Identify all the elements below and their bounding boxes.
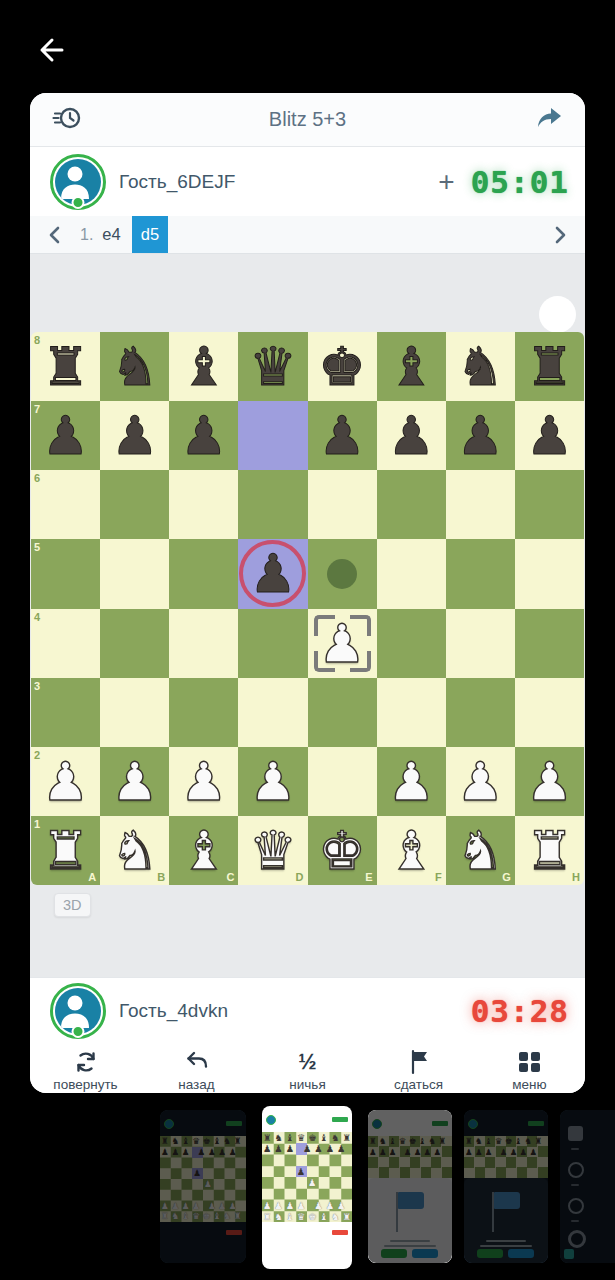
- clock-top: 05:01: [471, 164, 569, 200]
- square-g5[interactable]: [446, 539, 515, 608]
- piece-black-pawn: ♟: [100, 401, 169, 470]
- piece-black-rook: ♜: [31, 332, 100, 401]
- piece-white-pawn: ♟: [100, 747, 169, 816]
- piece-black-pawn: ♟: [169, 401, 238, 470]
- square-f8[interactable]: ♝: [377, 332, 446, 401]
- move-list-bar: 1. e4 d5: [30, 216, 585, 254]
- header: Blitz 5+3: [30, 93, 585, 147]
- draw-button[interactable]: ½ ничья: [252, 1043, 363, 1093]
- square-g7[interactable]: ♟: [446, 401, 515, 470]
- undo-icon: [184, 1050, 210, 1075]
- lower-gap: 3D: [30, 885, 585, 977]
- square-b1[interactable]: B♞: [100, 816, 169, 885]
- square-d7[interactable]: [238, 401, 307, 470]
- piece-black-pawn: ♟: [446, 401, 515, 470]
- undo-button[interactable]: назад: [141, 1043, 252, 1093]
- chevron-left-icon[interactable]: [44, 224, 66, 246]
- square-d1[interactable]: D♛: [238, 816, 307, 885]
- square-a3[interactable]: 3: [31, 678, 100, 747]
- player-row-top: Гость_6DEJF + 05:01: [30, 147, 585, 216]
- square-b5[interactable]: [100, 539, 169, 608]
- square-d3[interactable]: [238, 678, 307, 747]
- increment-plus: +: [438, 168, 454, 196]
- rank-label-2: 2: [34, 749, 40, 761]
- square-e1[interactable]: E♚: [308, 816, 377, 885]
- piece-white-pawn: ♟: [169, 747, 238, 816]
- square-g2[interactable]: ♟: [446, 747, 515, 816]
- back-arrow-icon[interactable]: [30, 32, 66, 68]
- square-f6[interactable]: [377, 470, 446, 539]
- rank-label-6: 6: [34, 472, 40, 484]
- square-b7[interactable]: ♟: [100, 401, 169, 470]
- square-e3[interactable]: [308, 678, 377, 747]
- piece-black-pawn: ♟: [238, 539, 307, 608]
- bottom-toolbar: повернуть назад ½ ничья сдаться: [30, 1043, 585, 1093]
- game-title: Blitz 5+3: [30, 108, 585, 131]
- square-c7[interactable]: ♟: [169, 401, 238, 470]
- file-label-d: D: [296, 871, 304, 883]
- player-name-top: Гость_6DEJF: [119, 171, 235, 193]
- player-row-bottom: Гость_4dvkn 03:28: [30, 977, 585, 1043]
- clock-bottom: 03:28: [471, 993, 569, 1029]
- view-3d-button[interactable]: 3D: [54, 893, 91, 917]
- piece-white-pawn: ♟: [446, 747, 515, 816]
- square-c3[interactable]: [169, 678, 238, 747]
- online-indicator: [72, 196, 85, 209]
- rotate-label: повернуть: [53, 1077, 117, 1092]
- move-white[interactable]: e4: [102, 225, 120, 244]
- square-f1[interactable]: F♝: [377, 816, 446, 885]
- square-e7[interactable]: ♟: [308, 401, 377, 470]
- square-d2[interactable]: ♟: [238, 747, 307, 816]
- file-label-b: B: [157, 871, 165, 883]
- rotate-icon: [73, 1050, 99, 1075]
- drag-handle-circle[interactable]: [539, 296, 576, 333]
- square-e2[interactable]: [308, 747, 377, 816]
- piece-white-pawn: ♟: [308, 609, 377, 678]
- file-label-h: H: [572, 871, 580, 883]
- grid-menu-icon: [519, 1050, 540, 1075]
- file-label-f: F: [435, 871, 442, 883]
- square-h7[interactable]: ♟: [515, 401, 584, 470]
- draw-label: ничья: [289, 1077, 325, 1092]
- piece-white-pawn: ♟: [238, 747, 307, 816]
- piece-black-pawn: ♟: [377, 401, 446, 470]
- carousel-thumbnail-time-controls[interactable]: [560, 1110, 615, 1263]
- square-d8[interactable]: ♛: [238, 332, 307, 401]
- rank-label-4: 4: [34, 611, 40, 623]
- piece-black-bishop: ♝: [377, 332, 446, 401]
- game-card: Blitz 5+3 Гость_6DEJF: [30, 93, 585, 1093]
- square-h8[interactable]: ♜: [515, 332, 584, 401]
- blitz-clock-icon[interactable]: [52, 103, 82, 137]
- square-a7[interactable]: 7♟: [31, 401, 100, 470]
- rank-label-3: 3: [34, 680, 40, 692]
- piece-white-pawn: ♟: [377, 747, 446, 816]
- piece-black-pawn: ♟: [31, 401, 100, 470]
- piece-black-bishop: ♝: [169, 332, 238, 401]
- square-h1[interactable]: H♜: [515, 816, 584, 885]
- piece-white-pawn: ♟: [31, 747, 100, 816]
- square-a4[interactable]: 4: [31, 609, 100, 678]
- square-g4[interactable]: [446, 609, 515, 678]
- piece-black-pawn: ♟: [308, 401, 377, 470]
- resign-label: сдаться: [394, 1077, 443, 1092]
- resign-button[interactable]: сдаться: [363, 1043, 474, 1093]
- piece-black-queen: ♛: [238, 332, 307, 401]
- square-a5[interactable]: 5: [31, 539, 100, 608]
- file-label-c: C: [226, 871, 234, 883]
- square-h5[interactable]: [515, 539, 584, 608]
- carousel-thumbnail-chess-game[interactable]: ♜♞♝♛♚♝♞♜♟♟♟ ♟♟♟♟♟♟♟♟♟♟ ♟♟♟♜♞♝♛♚♝♞♜: [160, 1110, 246, 1263]
- carousel-thumbnail-game-over[interactable]: ♜♞♝♛♚♝♞♜♟♟♟ ♟♟♟♟: [368, 1110, 452, 1263]
- square-a8[interactable]: 8♜: [31, 332, 100, 401]
- square-g6[interactable]: [446, 470, 515, 539]
- square-c2[interactable]: ♟: [169, 747, 238, 816]
- square-c8[interactable]: ♝: [169, 332, 238, 401]
- file-label-e: E: [365, 871, 372, 883]
- square-b2[interactable]: ♟: [100, 747, 169, 816]
- square-e5[interactable]: [308, 539, 377, 608]
- piece-black-pawn: ♟: [515, 401, 584, 470]
- rank-label-1: 1: [34, 818, 40, 830]
- avatar-top: [50, 154, 106, 210]
- square-f5[interactable]: [377, 539, 446, 608]
- chevron-right-icon[interactable]: [549, 224, 571, 246]
- square-b6[interactable]: [100, 470, 169, 539]
- half-icon: ½: [298, 1050, 316, 1075]
- square-h6[interactable]: [515, 470, 584, 539]
- move-black-selected[interactable]: d5: [132, 216, 168, 253]
- chess-board: 8♜♞♝♛♚♝♞♜7♟♟♟♟♟♟♟65♟4♟32♟♟♟♟♟♟♟1A♜B♞C♝D♛…: [31, 332, 584, 885]
- menu-button[interactable]: меню: [474, 1043, 585, 1093]
- square-e4[interactable]: ♟: [308, 609, 377, 678]
- rank-label-8: 8: [34, 334, 40, 346]
- carousel-thumbnail-game-over[interactable]: ♜♞♝♛♚♝♞♜♟♟♟ ♟♟♟♟: [464, 1110, 548, 1263]
- online-indicator: [72, 1025, 85, 1038]
- share-icon[interactable]: [535, 106, 563, 134]
- piece-black-king: ♚: [308, 332, 377, 401]
- rotate-button[interactable]: повернуть: [30, 1043, 141, 1093]
- move-number: 1.: [80, 226, 93, 244]
- square-h3[interactable]: [515, 678, 584, 747]
- legal-move-dot: [327, 559, 357, 589]
- undo-label: назад: [178, 1077, 214, 1092]
- square-d5[interactable]: ♟: [238, 539, 307, 608]
- square-f4[interactable]: [377, 609, 446, 678]
- piece-black-knight: ♞: [446, 332, 515, 401]
- screenshot-carousel: ♜♞♝♛♚♝♞♜♟♟♟ ♟♟♟♟♟♟♟♟♟♟ ♟♟♟♜♞♝♛♚♝♞♜♜♞♝♛♚♝…: [0, 1106, 615, 1274]
- square-e6[interactable]: [308, 470, 377, 539]
- square-d6[interactable]: [238, 470, 307, 539]
- rank-label-5: 5: [34, 541, 40, 553]
- square-b3[interactable]: [100, 678, 169, 747]
- file-label-a: A: [88, 871, 96, 883]
- piece-black-knight: ♞: [100, 332, 169, 401]
- square-f7[interactable]: ♟: [377, 401, 446, 470]
- square-g3[interactable]: [446, 678, 515, 747]
- square-c5[interactable]: [169, 539, 238, 608]
- player-name-bottom: Гость_4dvkn: [119, 1000, 228, 1022]
- upper-gap: [30, 254, 585, 332]
- square-g1[interactable]: G♞: [446, 816, 515, 885]
- square-h4[interactable]: [515, 609, 584, 678]
- square-a2[interactable]: 2♟: [31, 747, 100, 816]
- piece-white-pawn: ♟: [515, 747, 584, 816]
- square-b8[interactable]: ♞: [100, 332, 169, 401]
- square-e8[interactable]: ♚: [308, 332, 377, 401]
- square-a6[interactable]: 6: [31, 470, 100, 539]
- square-a1[interactable]: 1A♜: [31, 816, 100, 885]
- piece-black-rook: ♜: [515, 332, 584, 401]
- square-h2[interactable]: ♟: [515, 747, 584, 816]
- avatar-bottom: [50, 983, 106, 1039]
- square-c1[interactable]: C♝: [169, 816, 238, 885]
- rank-label-7: 7: [34, 403, 40, 415]
- carousel-thumbnail-chess-game-selected[interactable]: ♜♞♝♛♚♝♞♜♟♟♟ ♟♟♟♟♟♟♟♟♟♟ ♟♟♟♜♞♝♛♚♝♞♜: [262, 1106, 352, 1269]
- menu-label: меню: [512, 1077, 546, 1092]
- square-f2[interactable]: ♟: [377, 747, 446, 816]
- file-label-g: G: [502, 871, 511, 883]
- square-f3[interactable]: [377, 678, 446, 747]
- square-c4[interactable]: [169, 609, 238, 678]
- square-b4[interactable]: [100, 609, 169, 678]
- square-c6[interactable]: [169, 470, 238, 539]
- square-g8[interactable]: ♞: [446, 332, 515, 401]
- square-d4[interactable]: [238, 609, 307, 678]
- flag-icon: [407, 1050, 431, 1075]
